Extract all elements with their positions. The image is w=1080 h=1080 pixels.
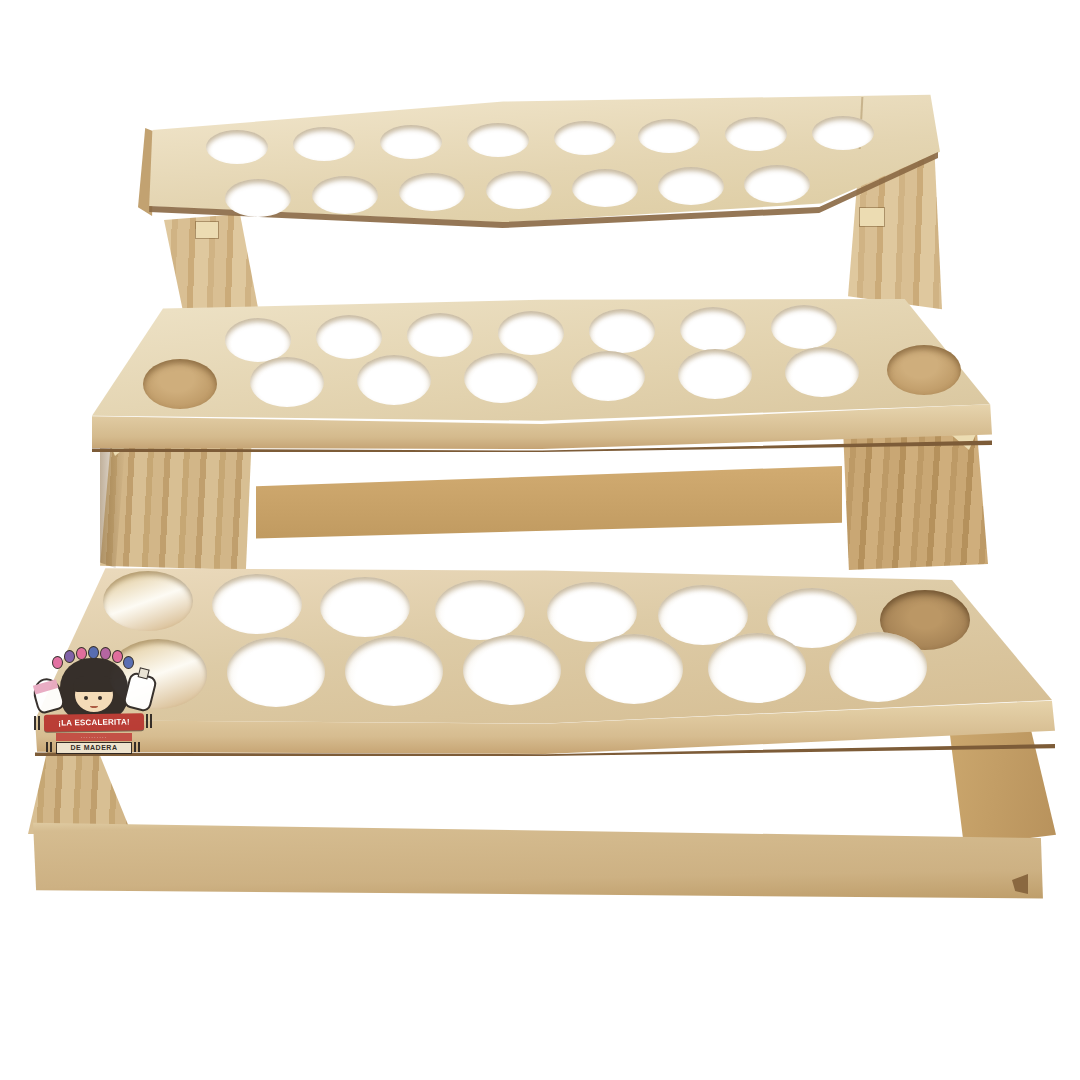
logo-sub-right-stripes	[134, 742, 142, 752]
tier1-front-hole	[744, 165, 810, 203]
tier3-back-hole	[212, 574, 302, 634]
logo-girl-face	[73, 676, 115, 714]
watermark-logo: ¡LA ESCALERITA! ·········· DE MADERA	[26, 650, 162, 760]
tier2-back-hole	[771, 305, 837, 349]
tier1-back-hole	[725, 117, 787, 151]
product-photo-stage: ¡LA ESCALERITA! ·········· DE MADERA	[0, 0, 1080, 1080]
logo-sub-banner: DE MADERA	[56, 742, 132, 754]
tier2-back-hole	[407, 313, 473, 357]
tier1-back-hole	[293, 127, 355, 161]
tier3-front-hole	[585, 634, 683, 704]
tier1-front-hole	[312, 176, 378, 214]
tier2-front-hole	[250, 357, 324, 407]
tier3-front-hole	[345, 636, 443, 706]
logo-left-comb-marks	[34, 716, 42, 730]
logo-brand-banner: ¡LA ESCALERITA!	[44, 713, 144, 732]
tier3-back-hole	[103, 571, 193, 631]
tier2-back-hole	[316, 315, 382, 359]
logo-paint-roller-icon	[122, 671, 158, 713]
tier1-back-hole	[206, 130, 268, 164]
tier2-front-hole	[887, 345, 961, 395]
tier2-back-hole	[680, 307, 746, 351]
tier1-front-hole	[572, 169, 638, 207]
tier3-front-hole	[227, 637, 325, 707]
tier1-back-hole	[638, 119, 700, 153]
logo-bead	[100, 647, 111, 660]
tier1-back-hole	[812, 116, 874, 150]
logo-sub-left-stripes	[46, 742, 54, 752]
logo-bead	[112, 650, 123, 663]
tier3-back-hole	[435, 580, 525, 640]
tier2-front-hole	[357, 355, 431, 405]
logo-bead	[64, 650, 75, 663]
logo-bead	[123, 656, 134, 669]
tier1-back-hole	[554, 121, 616, 155]
logo-micro-text: ··········	[56, 733, 132, 741]
tier3-back-hole	[547, 582, 637, 642]
tier3-back-hole	[320, 577, 410, 637]
logo-girl-eyes	[84, 696, 88, 700]
tier1-back-hole	[380, 125, 442, 159]
logo-girl-smile	[90, 704, 98, 708]
tier2-front-hole	[678, 349, 752, 399]
tier2-back-hole	[225, 318, 291, 362]
tier2-front-hole	[785, 347, 859, 397]
tier1-front-hole	[399, 173, 465, 211]
tier2-front-hole	[143, 359, 217, 409]
tier2-back-hole	[589, 309, 655, 353]
tier2-front-hole	[464, 353, 538, 403]
tier1-front-hole	[658, 167, 724, 205]
logo-right-comb-marks	[146, 714, 154, 728]
logo-bead	[52, 656, 63, 669]
tier3-front-hole	[708, 633, 806, 703]
holes-layer	[0, 0, 1080, 1080]
tier1-front-hole	[225, 179, 291, 217]
tier1-front-hole	[486, 171, 552, 209]
logo-bead	[88, 646, 99, 659]
tier2-front-hole	[571, 351, 645, 401]
tier2-back-hole	[498, 311, 564, 355]
tier3-front-hole	[463, 635, 561, 705]
tier3-front-hole	[829, 632, 927, 702]
tier1-back-hole	[467, 123, 529, 157]
logo-bead	[76, 647, 87, 660]
